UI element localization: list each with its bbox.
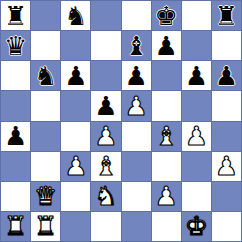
square-b5[interactable] xyxy=(31,91,60,120)
piece-black-pawn[interactable]: ♟ xyxy=(4,123,27,149)
square-b3[interactable] xyxy=(31,152,60,181)
square-h1[interactable] xyxy=(212,212,241,241)
piece-white-pawn[interactable]: ♟ xyxy=(155,183,178,209)
square-c8[interactable]: ♞ xyxy=(61,1,90,30)
piece-white-rook[interactable]: ♜ xyxy=(4,213,27,239)
square-f3[interactable] xyxy=(152,152,181,181)
square-a2[interactable] xyxy=(1,182,30,211)
chess-board: ♜♞♚♜♛♝♟♞♟♟♟♟♟♟♟♟♝♟♟♝♟♛♞♟♜♜♚ xyxy=(0,0,242,242)
square-d6[interactable] xyxy=(91,61,120,90)
square-f8[interactable]: ♚ xyxy=(152,1,181,30)
square-a3[interactable] xyxy=(1,152,30,181)
piece-white-pawn[interactable]: ♟ xyxy=(185,123,208,149)
square-c5[interactable] xyxy=(61,91,90,120)
piece-white-pawn[interactable]: ♟ xyxy=(124,93,147,119)
square-f2[interactable]: ♟ xyxy=(152,182,181,211)
square-b8[interactable] xyxy=(31,1,60,30)
square-b1[interactable]: ♜ xyxy=(31,212,60,241)
square-a1[interactable]: ♜ xyxy=(1,212,30,241)
square-a6[interactable] xyxy=(1,61,30,90)
square-c2[interactable] xyxy=(61,182,90,211)
square-c3[interactable]: ♟ xyxy=(61,152,90,181)
piece-black-king[interactable]: ♚ xyxy=(155,3,178,29)
square-h5[interactable] xyxy=(212,91,241,120)
square-e4[interactable] xyxy=(122,122,151,151)
square-b2[interactable]: ♛ xyxy=(31,182,60,211)
square-a5[interactable] xyxy=(1,91,30,120)
piece-white-bishop[interactable]: ♝ xyxy=(94,153,117,179)
square-d2[interactable]: ♞ xyxy=(91,182,120,211)
square-g1[interactable]: ♚ xyxy=(182,212,211,241)
square-h4[interactable] xyxy=(212,122,241,151)
square-g8[interactable] xyxy=(182,1,211,30)
piece-black-knight[interactable]: ♞ xyxy=(64,3,87,29)
square-c6[interactable]: ♟ xyxy=(61,61,90,90)
square-f7[interactable]: ♟ xyxy=(152,31,181,60)
square-d3[interactable]: ♝ xyxy=(91,152,120,181)
piece-black-rook[interactable]: ♜ xyxy=(4,3,27,29)
square-g3[interactable] xyxy=(182,152,211,181)
square-e2[interactable] xyxy=(122,182,151,211)
square-g7[interactable] xyxy=(182,31,211,60)
piece-white-pawn[interactable]: ♟ xyxy=(215,153,238,179)
piece-black-pawn[interactable]: ♟ xyxy=(64,63,87,89)
piece-white-king[interactable]: ♚ xyxy=(185,213,208,239)
square-d4[interactable]: ♟ xyxy=(91,122,120,151)
piece-black-pawn[interactable]: ♟ xyxy=(94,93,117,119)
square-f6[interactable] xyxy=(152,61,181,90)
piece-white-rook[interactable]: ♜ xyxy=(34,213,57,239)
square-e5[interactable]: ♟ xyxy=(122,91,151,120)
square-d5[interactable]: ♟ xyxy=(91,91,120,120)
square-a4[interactable]: ♟ xyxy=(1,122,30,151)
square-d7[interactable] xyxy=(91,31,120,60)
square-f4[interactable]: ♝ xyxy=(152,122,181,151)
square-g6[interactable]: ♟ xyxy=(182,61,211,90)
piece-black-rook[interactable]: ♜ xyxy=(215,3,238,29)
square-c1[interactable] xyxy=(61,212,90,241)
piece-black-pawn[interactable]: ♟ xyxy=(155,33,178,59)
square-e6[interactable]: ♟ xyxy=(122,61,151,90)
square-d1[interactable] xyxy=(91,212,120,241)
piece-black-bishop[interactable]: ♝ xyxy=(124,33,147,59)
piece-black-pawn[interactable]: ♟ xyxy=(185,63,208,89)
square-e1[interactable] xyxy=(122,212,151,241)
square-g5[interactable] xyxy=(182,91,211,120)
square-g2[interactable] xyxy=(182,182,211,211)
square-e8[interactable] xyxy=(122,1,151,30)
square-g4[interactable]: ♟ xyxy=(182,122,211,151)
square-a7[interactable]: ♛ xyxy=(1,31,30,60)
piece-white-pawn[interactable]: ♟ xyxy=(94,123,117,149)
square-f5[interactable] xyxy=(152,91,181,120)
square-h3[interactable]: ♟ xyxy=(212,152,241,181)
piece-white-queen[interactable]: ♛ xyxy=(34,183,57,209)
square-b4[interactable] xyxy=(31,122,60,151)
piece-black-knight[interactable]: ♞ xyxy=(34,63,57,89)
piece-black-pawn[interactable]: ♟ xyxy=(215,63,238,89)
piece-black-pawn[interactable]: ♟ xyxy=(124,63,147,89)
square-h7[interactable] xyxy=(212,31,241,60)
square-c4[interactable] xyxy=(61,122,90,151)
square-h2[interactable] xyxy=(212,182,241,211)
square-e7[interactable]: ♝ xyxy=(122,31,151,60)
square-b6[interactable]: ♞ xyxy=(31,61,60,90)
piece-white-knight[interactable]: ♞ xyxy=(94,183,117,209)
square-f1[interactable] xyxy=(152,212,181,241)
square-h6[interactable]: ♟ xyxy=(212,61,241,90)
piece-white-pawn[interactable]: ♟ xyxy=(64,153,87,179)
piece-white-bishop[interactable]: ♝ xyxy=(155,123,178,149)
square-d8[interactable] xyxy=(91,1,120,30)
square-b7[interactable] xyxy=(31,31,60,60)
square-h8[interactable]: ♜ xyxy=(212,1,241,30)
square-a8[interactable]: ♜ xyxy=(1,1,30,30)
square-c7[interactable] xyxy=(61,31,90,60)
piece-black-queen[interactable]: ♛ xyxy=(4,33,27,59)
square-e3[interactable] xyxy=(122,152,151,181)
